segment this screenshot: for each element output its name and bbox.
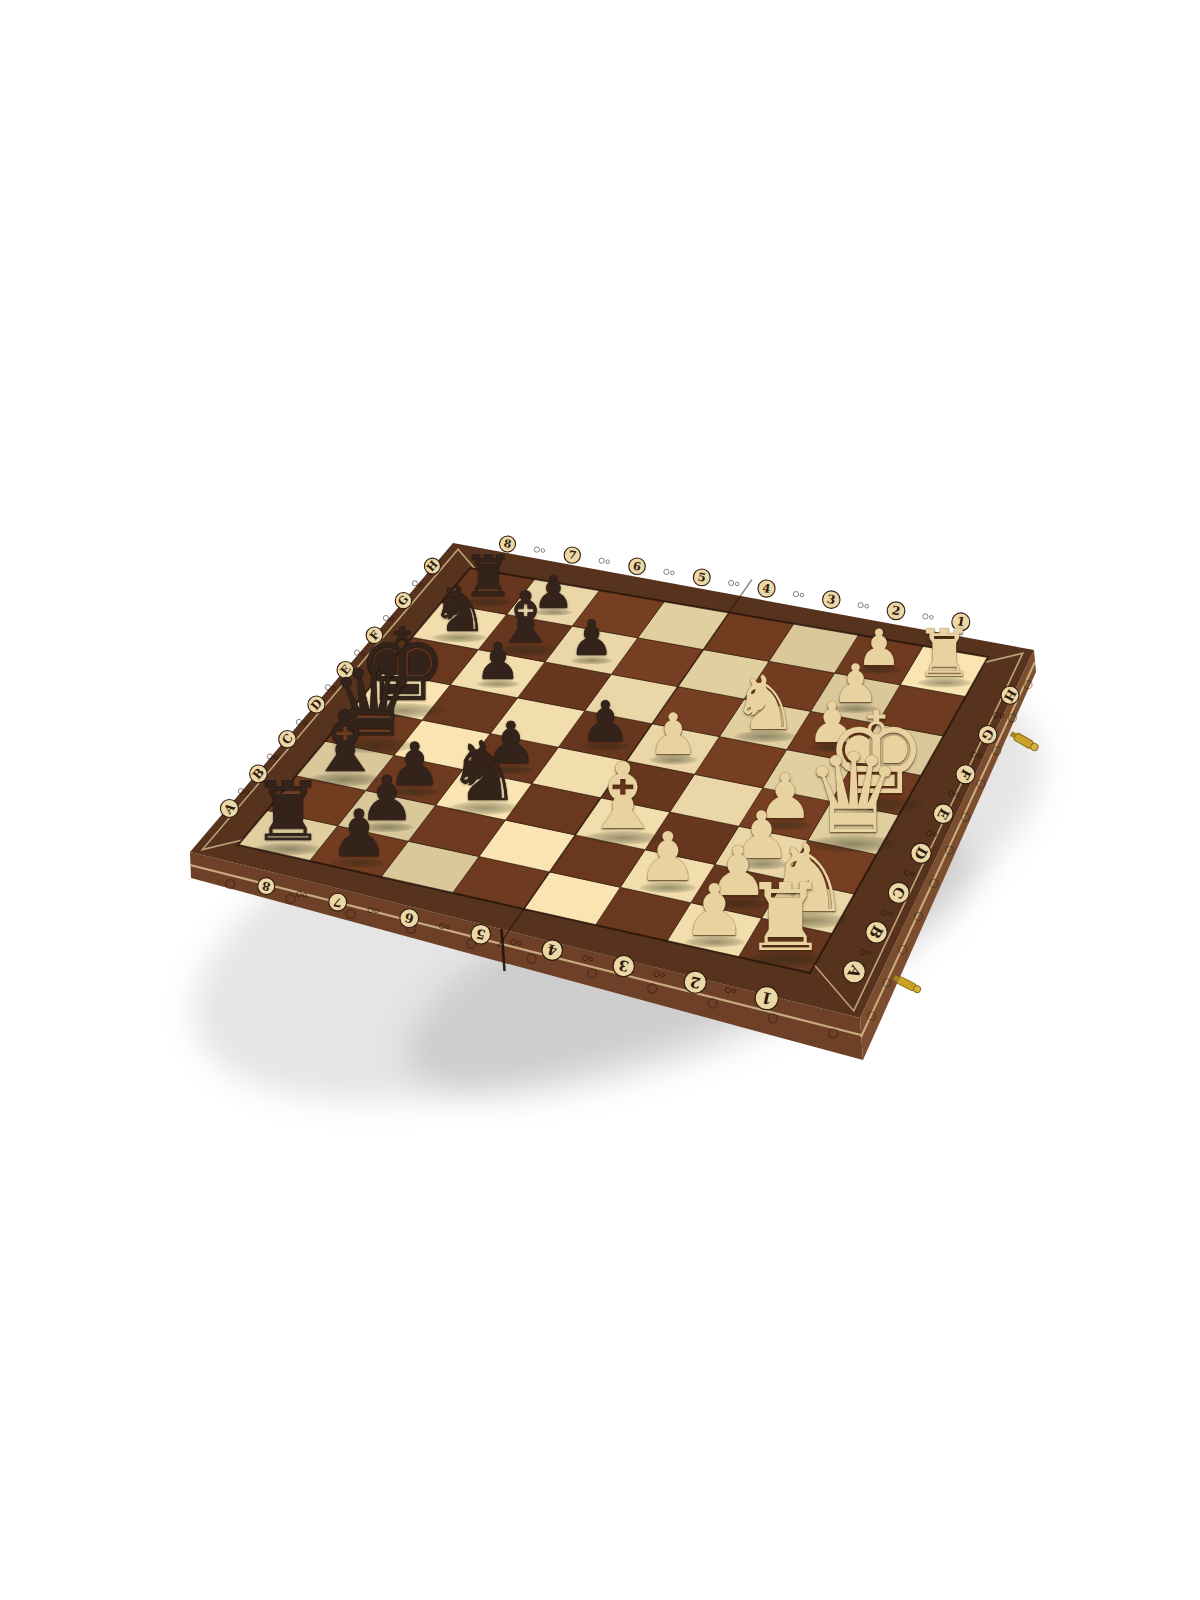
frame-scrollwork xyxy=(729,580,734,585)
piece-black-knight-c6[interactable]: ♞ xyxy=(447,730,521,813)
piece-black-pawn-e5[interactable]: ♟ xyxy=(580,693,630,749)
frame-scrollwork xyxy=(664,569,669,574)
piece-black-rook-a8[interactable]: ♜ xyxy=(251,771,325,853)
piece-white-rook-a1[interactable]: ♜ xyxy=(744,871,828,964)
frame-scrollwork xyxy=(599,558,604,563)
frame-scrollwork xyxy=(858,603,863,608)
piece-white-rook-h1[interactable]: ♜ xyxy=(915,621,974,686)
frame-scrollwork xyxy=(735,582,739,586)
frame-scrollwork xyxy=(541,549,545,553)
frame-scrollwork xyxy=(671,571,675,575)
frame-scrollwork xyxy=(534,547,539,552)
piece-black-pawn-f7[interactable]: ♟ xyxy=(475,636,521,687)
frame-scrollwork xyxy=(606,560,610,564)
piece-black-pawn-g6[interactable]: ♟ xyxy=(569,614,613,663)
frame-scrollwork xyxy=(412,581,417,586)
frame-scrollwork xyxy=(865,604,869,608)
piece-white-pawn-a2[interactable]: ♟ xyxy=(682,874,746,945)
piece-white-knight-f3[interactable]: ♞ xyxy=(732,666,799,741)
product-photo-stage: 1234567812345678ABCDEFGHABCDEFGH ♜♟♞♝♟♟♜… xyxy=(0,0,1200,1600)
frame-scrollwork xyxy=(800,593,804,597)
frame-scrollwork xyxy=(793,591,798,596)
piece-black-pawn-a7[interactable]: ♟ xyxy=(330,801,388,866)
brass-clasp xyxy=(893,974,922,994)
